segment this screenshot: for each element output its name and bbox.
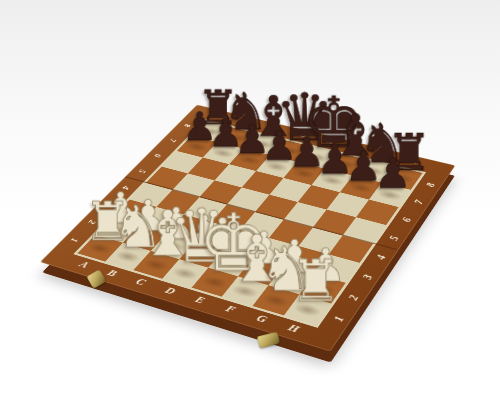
- bishop-glyph: ♝: [228, 226, 263, 291]
- knight-glyph: ♞: [259, 239, 294, 300]
- chess-board: AABBCCDDEEFFGGHH1122334455667788 ♜♞♝♛♚♝♞…: [40, 105, 455, 352]
- chess-set-photo: AABBCCDDEEFFGGHH1122334455667788 ♜♞♝♛♚♝♞…: [0, 0, 500, 396]
- rook-glyph: ♜: [290, 252, 325, 309]
